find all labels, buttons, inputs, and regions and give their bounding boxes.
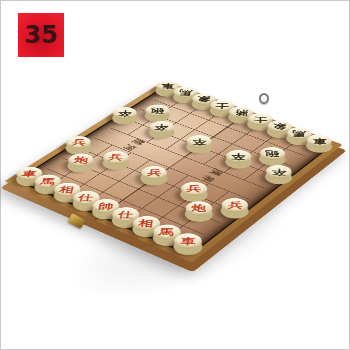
piece-glyph: 仕 — [78, 194, 94, 203]
piece-glyph: 卒 — [117, 110, 132, 117]
piece-glyph: 象 — [273, 123, 287, 130]
piece-glyph: 砲 — [265, 150, 279, 158]
piece-glyph: 車 — [312, 137, 326, 145]
black-soldier-piece: 卒 — [144, 124, 178, 141]
red-chariot-piece: 車 — [169, 236, 207, 258]
piece-glyph: 砲 — [150, 107, 164, 114]
black-soldier-piece: 卒 — [108, 110, 141, 127]
piece-glyph: 車 — [180, 236, 196, 245]
piece-glyph: 馬 — [159, 228, 175, 237]
piece-glyph: 仕 — [118, 210, 134, 219]
piece-glyph: 馬 — [40, 177, 56, 185]
piece-glyph: 將 — [234, 109, 248, 116]
black-soldier-piece: 卒 — [261, 168, 296, 187]
red-soldier-piece: 兵 — [98, 154, 133, 172]
piece-glyph: 兵 — [108, 153, 123, 161]
piece-glyph: 車 — [161, 82, 175, 89]
item-number-badge: 35 — [18, 13, 64, 57]
red-soldier-piece: 兵 — [217, 201, 253, 221]
piece-glyph: 帥 — [98, 202, 114, 211]
piece-glyph: 卒 — [192, 138, 207, 146]
red-cannon-piece: 炮 — [180, 204, 217, 224]
piece-glyph: 兵 — [146, 169, 161, 177]
piece-glyph: 兵 — [71, 139, 87, 147]
red-cannon-piece: 炮 — [64, 157, 99, 175]
piece-glyph: 相 — [59, 185, 75, 193]
piece-glyph: 炮 — [73, 156, 89, 164]
piece-glyph: 士 — [253, 116, 267, 123]
item-number-label: 35 — [24, 21, 57, 49]
piece-glyph: 兵 — [186, 185, 201, 193]
piece-glyph: 車 — [21, 170, 37, 178]
piece-glyph: 象 — [197, 95, 211, 102]
piece-glyph: 士 — [215, 102, 229, 109]
piece-glyph: 卒 — [154, 123, 169, 130]
piece-glyph: 相 — [138, 219, 154, 228]
metal-ring — [259, 93, 269, 104]
black-soldier-piece: 卒 — [221, 153, 256, 171]
piece-glyph: 卒 — [231, 153, 246, 161]
piece-glyph: 馬 — [292, 130, 306, 137]
piece-glyph: 卒 — [271, 168, 285, 176]
piece-glyph: 炮 — [191, 204, 207, 213]
piece-glyph: 兵 — [227, 201, 242, 210]
black-soldier-piece: 卒 — [182, 138, 216, 156]
product-photo: 35 楚河 漢界 車馬象士將士象馬車砲砲卒卒卒卒卒兵兵兵兵兵炮炮車馬相仕帥仕相馬… — [0, 0, 350, 350]
piece-glyph: 馬 — [179, 89, 193, 96]
